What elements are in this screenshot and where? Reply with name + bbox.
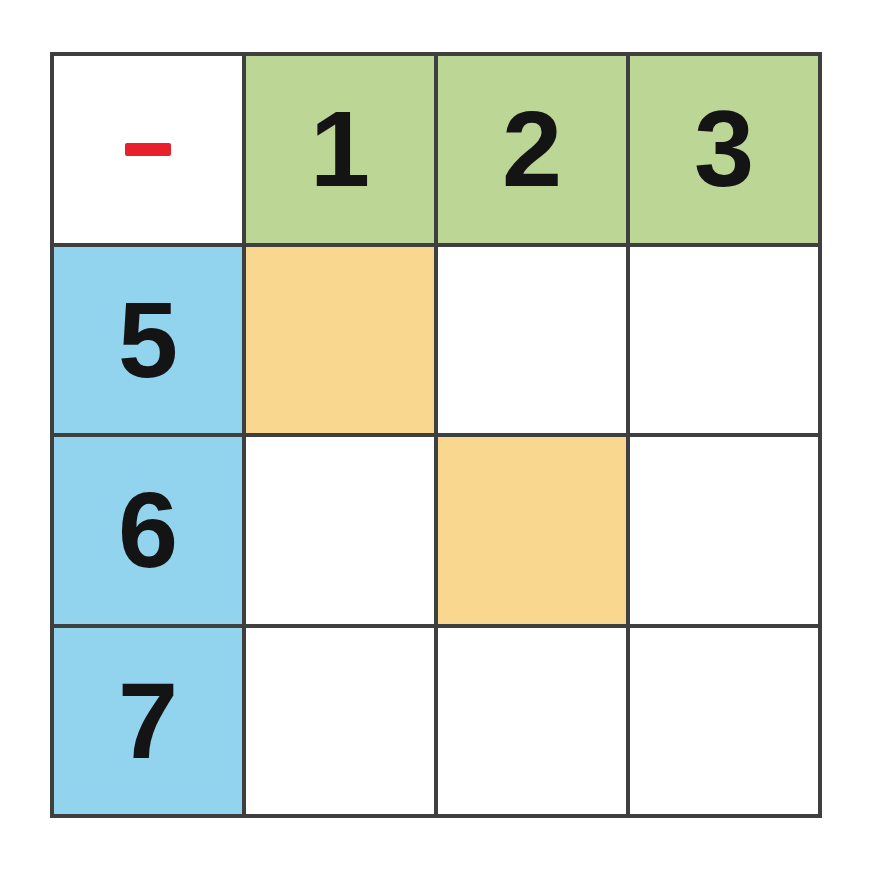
answer-cell-r5c1[interactable] <box>246 247 434 434</box>
col-header-2: 2 <box>438 56 626 243</box>
row-header-6: 6 <box>54 437 242 624</box>
answer-cell-r5c2[interactable] <box>438 247 626 434</box>
answer-cell-r6c1[interactable] <box>246 437 434 624</box>
answer-cell-r6c2[interactable] <box>438 437 626 624</box>
col-header-3: 3 <box>630 56 818 243</box>
col-header-1: 1 <box>246 56 434 243</box>
answer-cell-r6c3[interactable] <box>630 437 818 624</box>
minus-operator-icon <box>125 143 171 156</box>
row-header-7: 7 <box>54 628 242 815</box>
answer-cell-r5c3[interactable] <box>630 247 818 434</box>
answer-cell-r7c3[interactable] <box>630 628 818 815</box>
operator-cell <box>54 56 242 243</box>
subtraction-table-grid: 1 2 3 5 6 7 <box>50 52 822 818</box>
answer-cell-r7c2[interactable] <box>438 628 626 815</box>
row-header-5: 5 <box>54 247 242 434</box>
answer-cell-r7c1[interactable] <box>246 628 434 815</box>
